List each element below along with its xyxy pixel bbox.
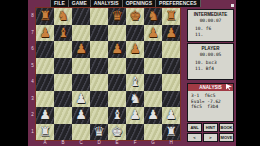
file-labels: ABCDEFGH [36,140,180,146]
rank-label-8: 8 [30,8,35,25]
next-move-button[interactable]: > [203,133,218,142]
square-h6[interactable] [162,41,180,58]
menu-openings[interactable]: OPENINGS [123,0,156,7]
square-e5[interactable] [108,58,126,75]
piece-white-rook-a1[interactable]: ♜ [39,124,51,141]
piece-white-pawn-h2[interactable]: ♟ [165,107,177,124]
square-f4[interactable]: ♝ [126,74,144,91]
square-c7[interactable] [72,25,90,42]
file-label-c: C [72,140,90,146]
square-c4[interactable] [72,74,90,91]
square-e1[interactable]: ♚ [108,124,126,141]
piece-black-pawn-f6[interactable]: ♟ [129,41,141,58]
file-label-d: D [90,140,108,146]
piece-white-pawn-c2[interactable]: ♟ [75,107,87,124]
square-b3[interactable] [54,91,72,108]
book-button[interactable]: BOOK [219,123,234,132]
square-d4[interactable] [90,74,108,91]
square-g2[interactable]: ♟ [144,107,162,124]
square-e7[interactable] [108,25,126,42]
rank-label-1: 1 [30,124,35,141]
square-a7[interactable]: ♟ [36,25,54,42]
file-label-a: A [36,140,54,146]
square-a4[interactable] [36,74,54,91]
square-b8[interactable]: ♞ [54,8,72,25]
square-c8[interactable] [72,8,90,25]
piece-black-rook-a8[interactable]: ♜ [39,8,51,25]
square-b6[interactable] [54,41,72,58]
screen-corner-dot [231,4,234,7]
menu-bar: FILEGAMEANALYSISOPENINGSPREFERENCES [50,0,201,7]
anl-button[interactable]: ANL [187,123,202,132]
rank-label-5: 5 [30,58,35,75]
command-buttons: ANL HINT BOOK < > MOVE [187,123,234,142]
player-clock-panel: PLAYER 00:00:05 10. bxc3 11. Bf4 [187,43,234,80]
piece-white-knight-f3[interactable]: ♞ [129,91,141,108]
rank-label-3: 3 [30,91,35,108]
square-d1[interactable]: ♛ [90,124,108,141]
square-f8[interactable]: ♚ [126,8,144,25]
square-e6[interactable]: ♟ [108,41,126,58]
piece-white-bishop-e2[interactable]: ♝ [111,107,123,124]
file-label-g: G [144,140,162,146]
square-d8[interactable] [90,8,108,25]
square-d6[interactable] [90,41,108,58]
square-g7[interactable]: ♟ [144,25,162,42]
analysis-titlebar[interactable]: ANALYSIS [188,84,233,91]
square-g3[interactable] [144,91,162,108]
square-c3[interactable]: ♟ [72,91,90,108]
piece-black-pawn-g7[interactable]: ♟ [147,25,159,42]
opponent-clock: 00:00:07 [188,18,233,23]
square-c1[interactable] [72,124,90,141]
piece-black-rook-h8[interactable]: ♜ [165,8,177,25]
player-clock: 00:00:05 [188,52,233,57]
square-f1[interactable] [126,124,144,141]
piece-white-pawn-g2[interactable]: ♟ [147,107,159,124]
square-f3[interactable]: ♞ [126,91,144,108]
player-label: PLAYER [188,46,233,51]
square-h5[interactable] [162,58,180,75]
square-e2[interactable]: ♝ [108,107,126,124]
app-screen: FILEGAMEANALYSISOPENINGSPREFERENCES ♜♞♛♚… [28,0,236,146]
menu-game[interactable]: GAME [69,0,91,7]
square-h8[interactable]: ♜ [162,8,180,25]
analysis-panel: ANALYSIS 3-1 f6c5 Eval= -7.62 f6c5 f3b4 [187,83,234,122]
square-d2[interactable] [90,107,108,124]
piece-black-bishop-b7[interactable]: ♝ [57,25,69,42]
square-a3[interactable] [36,91,54,108]
square-f2[interactable]: ♟ [126,107,144,124]
menu-preferences[interactable]: PREFERENCES [156,0,201,7]
piece-black-pawn-c6[interactable]: ♟ [75,41,87,58]
square-a6[interactable] [36,41,54,58]
square-b5[interactable] [54,58,72,75]
square-f6[interactable]: ♟ [126,41,144,58]
square-g8[interactable]: ♞ [144,8,162,25]
square-h2[interactable]: ♟ [162,107,180,124]
square-e4[interactable] [108,74,126,91]
square-b4[interactable] [54,74,72,91]
square-g1[interactable] [144,124,162,141]
opponent-level-label: INTERMEDIATE [188,12,233,17]
square-d3[interactable] [90,91,108,108]
square-g6[interactable] [144,41,162,58]
hint-button[interactable]: HINT [203,123,218,132]
square-d7[interactable] [90,25,108,42]
analysis-title: ANALYSIS [199,85,221,90]
square-c5[interactable] [72,58,90,75]
piece-white-pawn-f2[interactable]: ♟ [129,107,141,124]
prev-move-button[interactable]: < [187,133,202,142]
square-e8[interactable]: ♛ [108,8,126,25]
square-d5[interactable] [90,58,108,75]
piece-black-knight-b8[interactable]: ♞ [57,8,69,25]
mouse-cursor-icon [226,84,232,90]
rank-label-7: 7 [30,25,35,42]
rank-label-6: 6 [30,41,35,58]
square-g5[interactable] [144,58,162,75]
square-a1[interactable]: ♜ [36,124,54,141]
square-h4[interactable] [162,74,180,91]
player-move-2: 11. Bf4 [195,66,233,72]
menu-analysis[interactable]: ANALYSIS [91,0,123,7]
square-f7[interactable] [126,25,144,42]
square-b2[interactable] [54,107,72,124]
file-label-f: F [126,140,144,146]
file-label-b: B [54,140,72,146]
square-h7[interactable]: ♟ [162,25,180,42]
piece-black-pawn-e6[interactable]: ♟ [111,41,123,58]
square-g4[interactable] [144,74,162,91]
square-a2[interactable]: ♟ [36,107,54,124]
square-c6[interactable]: ♟ [72,41,90,58]
opponent-clock-panel: INTERMEDIATE 00:00:07 10. f6 11. [187,9,234,42]
file-label-h: H [162,140,180,146]
square-e3[interactable] [108,91,126,108]
piece-white-queen-d1[interactable]: ♛ [93,124,105,141]
piece-black-pawn-h7[interactable]: ♟ [165,25,177,42]
file-label-e: E [108,140,126,146]
piece-black-queen-e8[interactable]: ♛ [111,8,123,25]
piece-white-pawn-a2[interactable]: ♟ [39,107,51,124]
piece-white-pawn-c3[interactable]: ♟ [75,91,87,108]
rank-label-4: 4 [30,74,35,91]
piece-white-bishop-f4[interactable]: ♝ [129,74,141,91]
square-b1[interactable] [54,124,72,141]
piece-white-king-e1[interactable]: ♚ [111,124,123,141]
menu-file[interactable]: FILE [50,0,69,7]
move-button[interactable]: MOVE [219,133,234,142]
analysis-pv-line: f6c5 f3b4 [191,104,233,110]
square-c2[interactable]: ♟ [72,107,90,124]
square-f5[interactable] [126,58,144,75]
chess-board[interactable]: ♜♞♛♚♞♜♟♝♟♟♟♟♟♝♟♞♟♟♝♟♟♟♜♛♚♜ [36,8,180,140]
square-b7[interactable]: ♝ [54,25,72,42]
opponent-move-2: 11. [195,32,233,38]
piece-white-rook-h1[interactable]: ♜ [165,124,177,141]
piece-black-pawn-a7[interactable]: ♟ [39,25,51,42]
piece-black-knight-g8[interactable]: ♞ [147,8,159,25]
square-h1[interactable]: ♜ [162,124,180,141]
rank-label-2: 2 [30,107,35,124]
square-a8[interactable]: ♜ [36,8,54,25]
piece-black-king-f8[interactable]: ♚ [129,8,141,25]
rank-labels: 87654321 [30,8,35,140]
square-h3[interactable] [162,91,180,108]
square-a5[interactable] [36,58,54,75]
